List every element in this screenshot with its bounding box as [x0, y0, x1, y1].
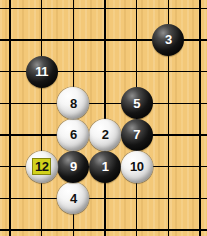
last-move-number-label: 12 — [32, 158, 51, 175]
grid-line-horizontal — [0, 8, 207, 10]
move-number-label: 2 — [102, 128, 109, 141]
grid-line-vertical — [9, 0, 11, 236]
move-number-label: 4 — [70, 192, 77, 205]
stone-black-9[interactable]: 9 — [57, 151, 89, 183]
stone-white-4[interactable]: 4 — [57, 182, 89, 214]
grid-line-horizontal — [0, 229, 207, 231]
stone-black-3[interactable]: 3 — [152, 24, 184, 56]
stone-black-11[interactable]: 11 — [26, 56, 58, 88]
grid-line-vertical — [199, 0, 201, 236]
grid-line-vertical — [41, 0, 43, 236]
move-number-label: 9 — [70, 160, 77, 173]
go-board[interactable]: 123456789101112 — [0, 0, 207, 236]
stone-black-5[interactable]: 5 — [121, 87, 153, 119]
move-number-label: 11 — [35, 65, 48, 78]
move-number-label: 10 — [130, 160, 143, 173]
stone-white-8[interactable]: 8 — [57, 87, 89, 119]
move-number-label: 7 — [133, 128, 140, 141]
stone-black-7[interactable]: 7 — [121, 119, 153, 151]
stone-white-2[interactable]: 2 — [89, 119, 121, 151]
grid-line-horizontal — [0, 103, 207, 105]
move-number-label: 1 — [102, 160, 109, 173]
move-number-label: 6 — [70, 128, 77, 141]
stone-black-1[interactable]: 1 — [89, 151, 121, 183]
grid-line-horizontal — [0, 198, 207, 200]
stone-white-12[interactable]: 12 — [26, 151, 58, 183]
stone-white-10[interactable]: 10 — [121, 151, 153, 183]
move-number-label: 5 — [133, 97, 140, 110]
move-number-label: 8 — [70, 97, 77, 110]
stone-white-6[interactable]: 6 — [57, 119, 89, 151]
move-number-label: 3 — [165, 33, 172, 46]
